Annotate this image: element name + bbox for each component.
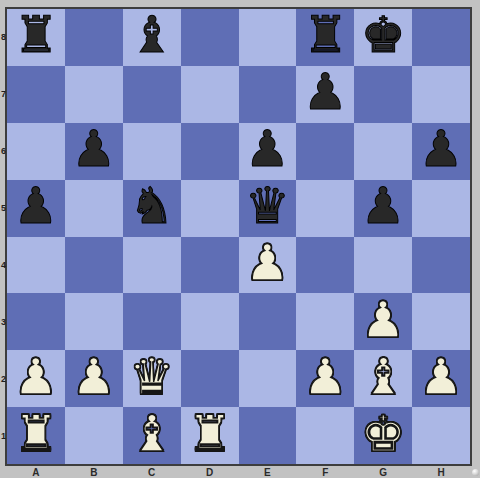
square-f7[interactable]: ♟ bbox=[296, 66, 354, 123]
square-b3[interactable] bbox=[65, 293, 123, 350]
square-f6[interactable] bbox=[296, 123, 354, 180]
rank-label-8: 8 bbox=[0, 9, 7, 66]
square-c5[interactable]: ♞ bbox=[123, 180, 181, 237]
board-grid: ♜♝♜♚♟♟♟♟♟♞♛♟♟♟♟♟♛♟♝♟♜♝♜♚ bbox=[7, 9, 470, 464]
square-c8[interactable]: ♝ bbox=[123, 9, 181, 66]
square-c2[interactable]: ♛ bbox=[123, 350, 181, 407]
piece-black-pawn[interactable]: ♟ bbox=[71, 124, 116, 174]
piece-black-pawn[interactable]: ♟ bbox=[303, 67, 348, 117]
square-f3[interactable] bbox=[296, 293, 354, 350]
square-d5[interactable] bbox=[181, 180, 239, 237]
square-c7[interactable] bbox=[123, 66, 181, 123]
square-d3[interactable] bbox=[181, 293, 239, 350]
square-a4[interactable] bbox=[7, 237, 65, 294]
square-c3[interactable] bbox=[123, 293, 181, 350]
square-e1[interactable] bbox=[239, 407, 297, 464]
square-a1[interactable]: ♜ bbox=[7, 407, 65, 464]
square-d4[interactable] bbox=[181, 237, 239, 294]
chess-board: ♜♝♜♚♟♟♟♟♟♞♛♟♟♟♟♟♛♟♝♟♜♝♜♚ bbox=[5, 7, 472, 466]
square-g2[interactable]: ♝ bbox=[354, 350, 412, 407]
piece-white-pawn[interactable]: ♟ bbox=[361, 295, 406, 345]
corner-dot bbox=[472, 469, 479, 476]
square-b5[interactable] bbox=[65, 180, 123, 237]
file-labels: ABCDEFGH bbox=[7, 466, 470, 478]
square-g5[interactable]: ♟ bbox=[354, 180, 412, 237]
piece-white-rook[interactable]: ♜ bbox=[187, 409, 232, 459]
square-a6[interactable] bbox=[7, 123, 65, 180]
square-d1[interactable]: ♜ bbox=[181, 407, 239, 464]
file-label-d: D bbox=[181, 466, 239, 478]
file-label-c: C bbox=[123, 466, 181, 478]
square-e5[interactable]: ♛ bbox=[239, 180, 297, 237]
square-f8[interactable]: ♜ bbox=[296, 9, 354, 66]
piece-black-pawn[interactable]: ♟ bbox=[419, 124, 464, 174]
square-c4[interactable] bbox=[123, 237, 181, 294]
piece-black-rook[interactable]: ♜ bbox=[303, 10, 348, 60]
chess-app-window: ♜♝♜♚♟♟♟♟♟♞♛♟♟♟♟♟♛♟♝♟♜♝♜♚ 87654321 ABCDEF… bbox=[0, 0, 480, 478]
square-b6[interactable]: ♟ bbox=[65, 123, 123, 180]
square-g6[interactable] bbox=[354, 123, 412, 180]
square-e2[interactable] bbox=[239, 350, 297, 407]
square-a5[interactable]: ♟ bbox=[7, 180, 65, 237]
square-f4[interactable] bbox=[296, 237, 354, 294]
square-h8[interactable] bbox=[412, 9, 470, 66]
piece-black-queen[interactable]: ♛ bbox=[245, 181, 290, 231]
rank-label-7: 7 bbox=[0, 66, 7, 123]
square-b4[interactable] bbox=[65, 237, 123, 294]
square-h1[interactable] bbox=[412, 407, 470, 464]
piece-black-knight[interactable]: ♞ bbox=[129, 181, 174, 231]
piece-black-pawn[interactable]: ♟ bbox=[361, 181, 406, 231]
square-g8[interactable]: ♚ bbox=[354, 9, 412, 66]
square-h6[interactable]: ♟ bbox=[412, 123, 470, 180]
square-b8[interactable] bbox=[65, 9, 123, 66]
piece-white-pawn[interactable]: ♟ bbox=[71, 352, 116, 402]
piece-black-pawn[interactable]: ♟ bbox=[14, 181, 59, 231]
piece-white-pawn[interactable]: ♟ bbox=[419, 352, 464, 402]
file-label-e: E bbox=[239, 466, 297, 478]
piece-black-king[interactable]: ♚ bbox=[361, 10, 406, 60]
file-label-a: A bbox=[7, 466, 65, 478]
piece-black-rook[interactable]: ♜ bbox=[14, 10, 59, 60]
rank-label-5: 5 bbox=[0, 180, 7, 237]
square-c6[interactable] bbox=[123, 123, 181, 180]
square-g3[interactable]: ♟ bbox=[354, 293, 412, 350]
square-b7[interactable] bbox=[65, 66, 123, 123]
square-e8[interactable] bbox=[239, 9, 297, 66]
square-f1[interactable] bbox=[296, 407, 354, 464]
rank-label-6: 6 bbox=[0, 123, 7, 180]
square-f5[interactable] bbox=[296, 180, 354, 237]
square-c1[interactable]: ♝ bbox=[123, 407, 181, 464]
square-b1[interactable] bbox=[65, 407, 123, 464]
rank-label-3: 3 bbox=[0, 293, 7, 350]
file-label-h: H bbox=[412, 466, 470, 478]
square-g7[interactable] bbox=[354, 66, 412, 123]
square-h3[interactable] bbox=[412, 293, 470, 350]
square-g1[interactable]: ♚ bbox=[354, 407, 412, 464]
square-d2[interactable] bbox=[181, 350, 239, 407]
square-f2[interactable]: ♟ bbox=[296, 350, 354, 407]
piece-white-pawn[interactable]: ♟ bbox=[14, 352, 59, 402]
square-e7[interactable] bbox=[239, 66, 297, 123]
square-e4[interactable]: ♟ bbox=[239, 237, 297, 294]
piece-white-rook[interactable]: ♜ bbox=[14, 409, 59, 459]
square-h4[interactable] bbox=[412, 237, 470, 294]
square-d8[interactable] bbox=[181, 9, 239, 66]
piece-black-bishop[interactable]: ♝ bbox=[129, 10, 174, 60]
square-d7[interactable] bbox=[181, 66, 239, 123]
square-e6[interactable]: ♟ bbox=[239, 123, 297, 180]
rank-label-2: 2 bbox=[0, 350, 7, 407]
square-b2[interactable]: ♟ bbox=[65, 350, 123, 407]
piece-white-king[interactable]: ♚ bbox=[361, 409, 406, 459]
piece-white-queen[interactable]: ♛ bbox=[129, 352, 174, 402]
piece-white-bishop[interactable]: ♝ bbox=[129, 409, 174, 459]
square-a3[interactable] bbox=[7, 293, 65, 350]
piece-white-pawn[interactable]: ♟ bbox=[245, 238, 290, 288]
square-h2[interactable]: ♟ bbox=[412, 350, 470, 407]
square-a7[interactable] bbox=[7, 66, 65, 123]
piece-black-pawn[interactable]: ♟ bbox=[245, 124, 290, 174]
file-label-b: B bbox=[65, 466, 123, 478]
square-d6[interactable] bbox=[181, 123, 239, 180]
square-h7[interactable] bbox=[412, 66, 470, 123]
square-e3[interactable] bbox=[239, 293, 297, 350]
square-a8[interactable]: ♜ bbox=[7, 9, 65, 66]
rank-labels: 87654321 bbox=[0, 9, 7, 464]
piece-white-pawn[interactable]: ♟ bbox=[303, 352, 348, 402]
file-label-f: F bbox=[296, 466, 354, 478]
rank-label-1: 1 bbox=[0, 407, 7, 464]
piece-white-bishop[interactable]: ♝ bbox=[361, 352, 406, 402]
rank-label-4: 4 bbox=[0, 237, 7, 294]
square-a2[interactable]: ♟ bbox=[7, 350, 65, 407]
square-h5[interactable] bbox=[412, 180, 470, 237]
square-g4[interactable] bbox=[354, 237, 412, 294]
file-label-g: G bbox=[354, 466, 412, 478]
